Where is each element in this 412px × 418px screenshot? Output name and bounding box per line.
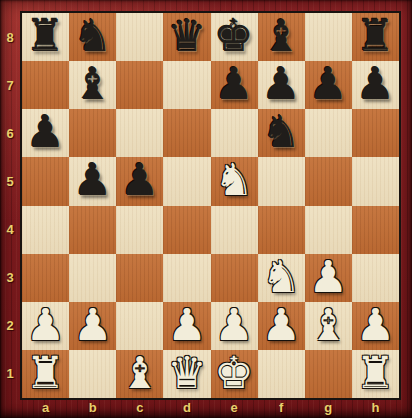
- square-a1[interactable]: ♜: [22, 350, 69, 398]
- black-queen-d8[interactable]: ♛: [167, 14, 206, 58]
- black-pawn-b5[interactable]: ♟: [73, 158, 112, 202]
- square-f1[interactable]: [258, 350, 305, 398]
- square-f3[interactable]: ♞: [258, 254, 305, 302]
- square-g3[interactable]: ♟: [305, 254, 352, 302]
- square-b8[interactable]: ♞: [69, 13, 116, 61]
- square-e2[interactable]: ♟: [211, 302, 258, 350]
- file-label-f: f: [258, 399, 305, 416]
- square-c7[interactable]: [116, 61, 163, 109]
- black-bishop-b7[interactable]: ♝: [73, 62, 112, 106]
- white-knight-f3[interactable]: ♞: [261, 255, 300, 299]
- square-f4[interactable]: [258, 206, 305, 254]
- square-b5[interactable]: ♟: [69, 157, 116, 205]
- square-e1[interactable]: ♚: [211, 350, 258, 398]
- square-c2[interactable]: [116, 302, 163, 350]
- file-label-h: h: [352, 399, 399, 416]
- rank-label-6: 6: [0, 109, 20, 157]
- square-f7[interactable]: ♟: [258, 61, 305, 109]
- white-bishop-g2[interactable]: ♝: [309, 303, 348, 347]
- black-rook-a8[interactable]: ♜: [26, 14, 65, 58]
- square-b6[interactable]: [69, 109, 116, 157]
- file-label-a: a: [22, 399, 69, 416]
- square-g5[interactable]: [305, 157, 352, 205]
- square-d1[interactable]: ♛: [163, 350, 210, 398]
- square-d5[interactable]: [163, 157, 210, 205]
- square-c8[interactable]: [116, 13, 163, 61]
- rank-label-4: 4: [0, 206, 20, 254]
- file-label-b: b: [69, 399, 116, 416]
- rank-label-7: 7: [0, 61, 20, 109]
- black-pawn-a6[interactable]: ♟: [26, 110, 65, 154]
- black-bishop-f8[interactable]: ♝: [261, 14, 300, 58]
- black-pawn-g7[interactable]: ♟: [309, 62, 348, 106]
- square-a3[interactable]: [22, 254, 69, 302]
- square-h4[interactable]: [352, 206, 399, 254]
- square-f2[interactable]: ♟: [258, 302, 305, 350]
- white-rook-a1[interactable]: ♜: [26, 351, 65, 395]
- white-king-e1[interactable]: ♚: [214, 351, 253, 395]
- square-a7[interactable]: [22, 61, 69, 109]
- square-h1[interactable]: ♜: [352, 350, 399, 398]
- square-f6[interactable]: ♞: [258, 109, 305, 157]
- square-e6[interactable]: [211, 109, 258, 157]
- file-labels: abcdefgh: [22, 399, 399, 416]
- white-pawn-f2[interactable]: ♟: [261, 303, 300, 347]
- white-pawn-b2[interactable]: ♟: [73, 303, 112, 347]
- square-a2[interactable]: ♟: [22, 302, 69, 350]
- square-g6[interactable]: [305, 109, 352, 157]
- square-h2[interactable]: ♟: [352, 302, 399, 350]
- black-king-e8[interactable]: ♚: [214, 14, 253, 58]
- black-knight-b8[interactable]: ♞: [73, 14, 112, 58]
- square-f5[interactable]: [258, 157, 305, 205]
- white-pawn-h2[interactable]: ♟: [356, 303, 395, 347]
- black-pawn-f7[interactable]: ♟: [261, 62, 300, 106]
- rank-label-3: 3: [0, 254, 20, 302]
- square-e3[interactable]: [211, 254, 258, 302]
- square-c5[interactable]: ♟: [116, 157, 163, 205]
- black-pawn-e7[interactable]: ♟: [214, 62, 253, 106]
- square-f8[interactable]: ♝: [258, 13, 305, 61]
- square-b3[interactable]: [69, 254, 116, 302]
- square-g4[interactable]: [305, 206, 352, 254]
- square-b4[interactable]: [69, 206, 116, 254]
- square-d2[interactable]: ♟: [163, 302, 210, 350]
- square-c1[interactable]: ♝: [116, 350, 163, 398]
- white-pawn-g3[interactable]: ♟: [309, 255, 348, 299]
- white-knight-e5[interactable]: ♞: [214, 158, 253, 202]
- file-label-e: e: [211, 399, 258, 416]
- rank-label-8: 8: [0, 13, 20, 61]
- white-pawn-d2[interactable]: ♟: [167, 303, 206, 347]
- square-h3[interactable]: [352, 254, 399, 302]
- square-a8[interactable]: ♜: [22, 13, 69, 61]
- square-c6[interactable]: [116, 109, 163, 157]
- square-h5[interactable]: [352, 157, 399, 205]
- square-h7[interactable]: ♟: [352, 61, 399, 109]
- square-h8[interactable]: ♜: [352, 13, 399, 61]
- rank-label-2: 2: [0, 302, 20, 350]
- rank-label-1: 1: [0, 350, 20, 398]
- square-c4[interactable]: [116, 206, 163, 254]
- white-queen-d1[interactable]: ♛: [167, 351, 206, 395]
- file-label-g: g: [305, 399, 352, 416]
- square-d8[interactable]: ♛: [163, 13, 210, 61]
- white-bishop-c1[interactable]: ♝: [120, 351, 159, 395]
- square-e8[interactable]: ♚: [211, 13, 258, 61]
- white-pawn-e2[interactable]: ♟: [214, 303, 253, 347]
- chess-board-frame: 87654321 ♜♞♛♚♝♜♝♟♟♟♟♟♞♟♟♞♞♟♟♟♟♟♟♝♟♜♝♛♚♜ …: [0, 0, 412, 418]
- square-a5[interactable]: [22, 157, 69, 205]
- white-rook-h1[interactable]: ♜: [356, 351, 395, 395]
- square-b1[interactable]: [69, 350, 116, 398]
- square-g2[interactable]: ♝: [305, 302, 352, 350]
- square-d6[interactable]: [163, 109, 210, 157]
- square-c3[interactable]: [116, 254, 163, 302]
- square-a4[interactable]: [22, 206, 69, 254]
- black-rook-h8[interactable]: ♜: [356, 14, 395, 58]
- square-b7[interactable]: ♝: [69, 61, 116, 109]
- black-knight-f6[interactable]: ♞: [261, 110, 300, 154]
- square-e5[interactable]: ♞: [211, 157, 258, 205]
- black-pawn-h7[interactable]: ♟: [356, 62, 395, 106]
- black-pawn-c5[interactable]: ♟: [120, 158, 159, 202]
- rank-labels: 87654321: [0, 13, 20, 398]
- square-d7[interactable]: [163, 61, 210, 109]
- square-d3[interactable]: [163, 254, 210, 302]
- square-g7[interactable]: ♟: [305, 61, 352, 109]
- chess-board: ♜♞♛♚♝♜♝♟♟♟♟♟♞♟♟♞♞♟♟♟♟♟♟♝♟♜♝♛♚♜: [20, 11, 401, 400]
- white-pawn-a2[interactable]: ♟: [26, 303, 65, 347]
- square-g8[interactable]: [305, 13, 352, 61]
- square-d4[interactable]: [163, 206, 210, 254]
- square-e4[interactable]: [211, 206, 258, 254]
- square-h6[interactable]: [352, 109, 399, 157]
- file-label-c: c: [116, 399, 163, 416]
- rank-label-5: 5: [0, 157, 20, 205]
- square-b2[interactable]: ♟: [69, 302, 116, 350]
- square-e7[interactable]: ♟: [211, 61, 258, 109]
- square-g1[interactable]: [305, 350, 352, 398]
- square-a6[interactable]: ♟: [22, 109, 69, 157]
- file-label-d: d: [163, 399, 210, 416]
